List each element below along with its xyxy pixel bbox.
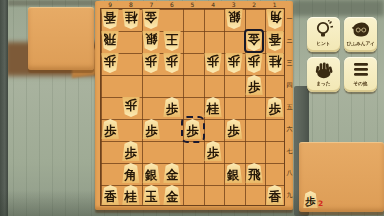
piece-桂-89[interactable]: 桂 xyxy=(122,185,140,205)
rank-label-七: 七 xyxy=(286,140,293,162)
piece-歩-76[interactable]: 歩 xyxy=(142,119,160,139)
file-label-3: 3 xyxy=(223,1,244,8)
piece-玉-79[interactable]: 玉 xyxy=(142,185,160,205)
shogi-board: 987654321 一二三四五六七八九 香桂金銀角飛銀王金香歩歩歩歩歩歩桂歩歩歩… xyxy=(95,1,293,210)
hifumin-eye-button-label: ひふみんアイ xyxy=(346,40,374,46)
rank-label-三: 三 xyxy=(286,52,293,74)
rank-label-四: 四 xyxy=(286,74,293,96)
file-label-9: 9 xyxy=(100,1,121,8)
file-label-8: 8 xyxy=(121,1,142,8)
hint-button-label: ヒント xyxy=(316,40,330,46)
piece-歩-15[interactable]: 歩 xyxy=(266,97,284,117)
piece-歩-56[interactable]: 歩 xyxy=(184,119,202,139)
piece-香-12[interactable]: 香 xyxy=(266,31,284,51)
piece-歩-96[interactable]: 歩 xyxy=(101,119,119,139)
piece-歩-47[interactable]: 歩 xyxy=(204,141,222,161)
app-screen: 987654321 一二三四五六七八九 香桂金銀角飛銀王金香歩歩歩歩歩歩桂歩歩歩… xyxy=(0,0,384,216)
piece-銀-72[interactable]: 銀 xyxy=(142,31,160,51)
file-label-1: 1 xyxy=(265,1,286,8)
lightbulb-icon xyxy=(313,20,335,40)
hand-piece-pawn[interactable]: 歩 xyxy=(303,191,318,208)
piece-銀-78[interactable]: 銀 xyxy=(142,163,160,183)
gote-captured-tray xyxy=(28,7,94,70)
piece-歩-33[interactable]: 歩 xyxy=(225,53,243,73)
piece-金-69[interactable]: 金 xyxy=(163,185,181,205)
menu-icon xyxy=(350,60,372,80)
piece-金-22[interactable]: 金 xyxy=(245,31,263,51)
piece-歩-73[interactable]: 歩 xyxy=(142,53,160,73)
file-label-7: 7 xyxy=(141,1,162,8)
piece-桂-81[interactable]: 桂 xyxy=(122,9,140,29)
rank-label-二: 二 xyxy=(286,30,293,52)
piece-飛-28[interactable]: 飛 xyxy=(245,163,263,183)
piece-歩-43[interactable]: 歩 xyxy=(204,53,222,73)
file-label-6: 6 xyxy=(162,1,183,8)
piece-桂-13[interactable]: 桂 xyxy=(266,53,284,73)
rank-labels: 一二三四五六七八九 xyxy=(286,8,293,206)
piece-歩-63[interactable]: 歩 xyxy=(163,53,181,73)
piece-角-11[interactable]: 角 xyxy=(266,9,284,29)
piece-香-91[interactable]: 香 xyxy=(101,9,119,29)
hand-piece-count: 2 xyxy=(318,199,323,208)
piece-王-62[interactable]: 王 xyxy=(163,31,181,51)
room-pillar-left xyxy=(0,0,8,216)
face-icon xyxy=(350,20,372,40)
piece-歩-87[interactable]: 歩 xyxy=(122,141,140,161)
hifumin-eye-button[interactable]: ひふみんアイ xyxy=(344,17,377,52)
file-label-2: 2 xyxy=(244,1,265,8)
piece-銀-38[interactable]: 銀 xyxy=(225,163,243,183)
piece-layer: 香桂金銀角飛銀王金香歩歩歩歩歩歩桂歩歩歩桂歩歩歩歩歩歩歩角銀金銀飛香桂玉金香 xyxy=(100,8,285,206)
piece-金-71[interactable]: 金 xyxy=(142,9,160,29)
shelf-shadow-top xyxy=(8,0,100,6)
other-menu-button-label: その他 xyxy=(354,80,368,86)
file-label-4: 4 xyxy=(203,1,224,8)
piece-桂-45[interactable]: 桂 xyxy=(204,97,222,117)
file-labels: 987654321 xyxy=(100,1,285,8)
background-shade xyxy=(292,0,384,16)
rank-label-八: 八 xyxy=(286,162,293,184)
other-menu-button[interactable]: その他 xyxy=(344,57,377,92)
sente-captured-tray: 歩 2 xyxy=(299,142,384,212)
piece-香-19[interactable]: 香 xyxy=(266,185,284,205)
undo-button-label: まった xyxy=(316,80,330,86)
undo-button[interactable]: まった xyxy=(307,57,340,92)
rank-label-一: 一 xyxy=(286,8,293,30)
piece-歩-24[interactable]: 歩 xyxy=(245,75,263,95)
piece-歩-36[interactable]: 歩 xyxy=(225,119,243,139)
piece-歩-23[interactable]: 歩 xyxy=(245,53,263,73)
rank-label-六: 六 xyxy=(286,118,293,140)
piece-歩-65[interactable]: 歩 xyxy=(163,97,181,117)
hand-piece-kanji: 歩 xyxy=(305,195,316,207)
file-label-5: 5 xyxy=(182,1,203,8)
piece-銀-31[interactable]: 銀 xyxy=(225,9,243,29)
piece-歩-93[interactable]: 歩 xyxy=(101,53,119,73)
piece-角-88[interactable]: 角 xyxy=(122,163,140,183)
piece-香-99[interactable]: 香 xyxy=(101,185,119,205)
piece-金-68[interactable]: 金 xyxy=(163,163,181,183)
hand-icon xyxy=(313,60,335,80)
piece-飛-92[interactable]: 飛 xyxy=(101,31,119,51)
hint-button[interactable]: ヒント xyxy=(307,17,340,52)
rank-label-五: 五 xyxy=(286,96,293,118)
rank-label-九: 九 xyxy=(286,184,293,206)
piece-歩-85[interactable]: 歩 xyxy=(122,97,140,117)
